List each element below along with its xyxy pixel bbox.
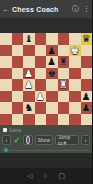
slider-track	[2, 150, 90, 152]
app-title: Chess Coach	[12, 6, 70, 13]
square-f7[interactable]	[58, 45, 70, 57]
white-rook[interactable]: ♜	[59, 79, 68, 91]
square-b8[interactable]	[12, 33, 24, 45]
slider-thumb[interactable]	[4, 148, 8, 152]
square-a3[interactable]	[0, 91, 12, 103]
square-e4[interactable]	[46, 79, 58, 91]
back-arrow-icon[interactable]: ←	[0, 5, 12, 14]
black-pawn[interactable]: ♟	[47, 45, 56, 57]
square-c2[interactable]: ♞	[23, 102, 35, 114]
square-e7[interactable]: ♟	[46, 45, 58, 57]
square-a2[interactable]	[0, 102, 12, 114]
show-button[interactable]: Show	[35, 135, 54, 145]
info-circle-icon: i	[26, 136, 30, 144]
square-f2[interactable]	[58, 102, 70, 114]
square-d3[interactable]: ♟	[35, 91, 47, 103]
correct-check-icon: ✓	[13, 136, 20, 145]
square-c3[interactable]	[23, 91, 35, 103]
previous-move-button[interactable]: ‹	[2, 135, 11, 145]
square-a1[interactable]	[0, 114, 12, 126]
square-h5[interactable]	[81, 68, 93, 80]
jump-to-button[interactable]: Jump to #	[55, 135, 79, 145]
chess-board: ♝♛♟♚♟♜♟♚♟♜♟♟♞♟	[0, 33, 92, 125]
square-d4[interactable]	[35, 79, 47, 91]
square-a4[interactable]	[0, 79, 12, 91]
square-e2[interactable]	[46, 102, 58, 114]
android-home-button[interactable]: ○	[43, 168, 47, 184]
square-e6[interactable]: ♟	[46, 56, 58, 68]
square-g8[interactable]	[69, 33, 81, 45]
square-a6[interactable]	[0, 56, 12, 68]
square-h7[interactable]	[81, 45, 93, 57]
square-c5[interactable]: ♟	[23, 68, 35, 80]
square-g5[interactable]	[69, 68, 81, 80]
square-f4[interactable]: ♜	[58, 79, 70, 91]
white-pawn[interactable]: ♟	[36, 91, 45, 103]
square-f8[interactable]	[58, 33, 70, 45]
black-queen[interactable]: ♛	[82, 33, 91, 45]
white-pawn[interactable]: ♟	[24, 79, 33, 91]
square-b5[interactable]	[12, 68, 24, 80]
square-a7[interactable]	[0, 45, 12, 57]
square-b7[interactable]	[12, 45, 24, 57]
black-bishop[interactable]: ♝	[24, 33, 33, 45]
status-row: Game	[3, 127, 21, 133]
square-f6[interactable]: ♜	[58, 56, 70, 68]
game-progress-slider[interactable]	[0, 148, 92, 152]
square-g7[interactable]: ♚	[69, 45, 81, 57]
android-nav-bar: ◁ ○ ▢	[0, 168, 92, 184]
square-c4[interactable]: ♟	[23, 79, 35, 91]
square-b4[interactable]	[12, 79, 24, 91]
black-pawn[interactable]: ♟	[47, 56, 56, 68]
square-b6[interactable]	[12, 56, 24, 68]
square-d7[interactable]	[35, 45, 47, 57]
white-pawn[interactable]: ♟	[24, 68, 33, 80]
square-a5[interactable]	[0, 68, 12, 80]
square-h6[interactable]	[81, 56, 93, 68]
square-c1[interactable]	[23, 114, 35, 126]
square-b1[interactable]	[12, 114, 24, 126]
black-pawn[interactable]: ♟	[82, 91, 91, 103]
square-f1[interactable]	[58, 114, 70, 126]
next-move-button[interactable]: ›	[81, 135, 90, 145]
control-panel: Game ‹ ✓ i Show Jump to # ›	[0, 125, 92, 153]
square-h2[interactable]: ♟	[81, 102, 93, 114]
square-g6[interactable]	[69, 56, 81, 68]
square-f3[interactable]	[58, 91, 70, 103]
app-bar: ← Chess Coach ⓘ ⋮	[0, 0, 92, 18]
phone-screen: ← Chess Coach ⓘ ⋮ ♝♛♟♚♟♜♟♚♟♜♟♟♞♟ Game ‹ …	[0, 0, 92, 184]
square-d6[interactable]	[35, 56, 47, 68]
square-h4[interactable]	[81, 79, 93, 91]
square-h8[interactable]: ♛	[81, 33, 93, 45]
black-pawn[interactable]: ♟	[82, 102, 91, 114]
android-back-button[interactable]: ◁	[27, 168, 32, 184]
overflow-menu-icon[interactable]: ⋮	[81, 5, 92, 13]
hint-info-button[interactable]: i	[23, 135, 33, 145]
square-g2[interactable]	[69, 102, 81, 114]
square-g4[interactable]	[69, 79, 81, 91]
square-g1[interactable]	[69, 114, 81, 126]
square-e3[interactable]	[46, 91, 58, 103]
side-to-move-icon	[3, 128, 7, 132]
info-icon[interactable]: ⓘ	[70, 4, 81, 14]
square-d1[interactable]	[35, 114, 47, 126]
square-d8[interactable]	[35, 33, 47, 45]
square-e1[interactable]	[46, 114, 58, 126]
square-e8[interactable]	[46, 33, 58, 45]
button-row: ‹ ✓ i Show Jump to # ›	[2, 134, 90, 146]
black-knight[interactable]: ♞	[24, 102, 33, 114]
square-c7[interactable]	[23, 45, 35, 57]
white-king[interactable]: ♚	[70, 45, 79, 57]
square-a8[interactable]	[0, 33, 12, 45]
square-b3[interactable]	[12, 91, 24, 103]
square-h1[interactable]	[81, 114, 93, 126]
status-text: Game	[9, 128, 21, 133]
square-b2[interactable]	[12, 102, 24, 114]
empty-area	[0, 153, 92, 168]
square-h3[interactable]: ♟	[81, 91, 93, 103]
black-king[interactable]: ♚	[47, 68, 56, 80]
square-c6[interactable]	[23, 56, 35, 68]
square-c8[interactable]: ♝	[23, 33, 35, 45]
black-rook[interactable]: ♜	[59, 56, 68, 68]
square-g3[interactable]	[69, 91, 81, 103]
square-d5[interactable]	[35, 68, 47, 80]
square-f5[interactable]	[58, 68, 70, 80]
square-e5[interactable]: ♚	[46, 68, 58, 80]
square-d2[interactable]	[35, 102, 47, 114]
android-recents-button[interactable]: ▢	[59, 168, 66, 184]
